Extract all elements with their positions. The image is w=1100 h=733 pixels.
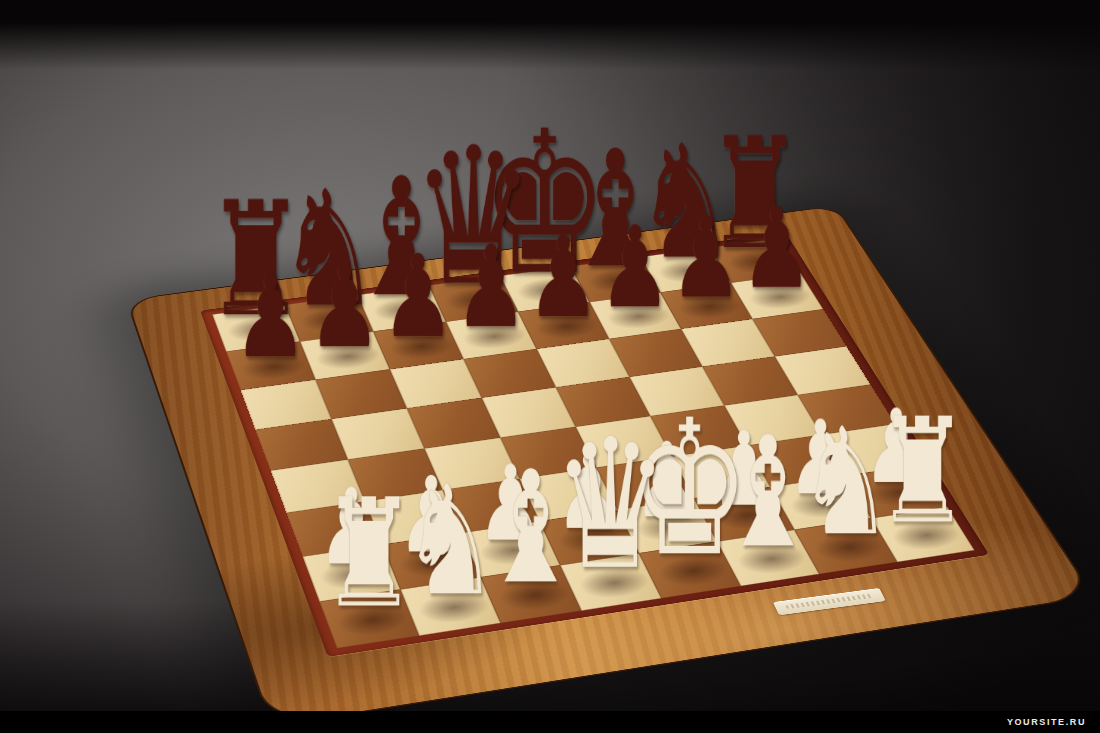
chess-board-grid: ♜♞♝♛♚♝♞♜♟♟♟♟♟♟♟♟♟♟♟♟♟♟♟♟♜♞♝♛♚♝♞♜ bbox=[212, 238, 974, 648]
piece-black-pawn-c7[interactable]: ♟ bbox=[382, 240, 455, 354]
nameplate-engraving bbox=[785, 593, 873, 609]
scene: ♜♞♝♛♚♝♞♜♟♟♟♟♟♟♟♟♟♟♟♟♟♟♟♟♜♞♝♛♚♝♞♜ bbox=[0, 0, 1100, 733]
square-c7[interactable]: ♟ bbox=[373, 322, 463, 370]
watermark-bar: YOURSITE.RU bbox=[0, 711, 1100, 733]
piece-black-pawn-a7[interactable]: ♟ bbox=[234, 259, 308, 374]
piece-black-pawn-b7[interactable]: ♟ bbox=[308, 249, 382, 363]
piece-black-pawn-e7[interactable]: ♟ bbox=[527, 221, 600, 334]
nameplate bbox=[773, 588, 886, 615]
piece-black-pawn-d7[interactable]: ♟ bbox=[455, 230, 528, 343]
piece-black-pawn-h7[interactable]: ♟ bbox=[741, 192, 813, 303]
square-a1[interactable]: ♜ bbox=[320, 589, 420, 648]
piece-white-rook-a1[interactable]: ♜ bbox=[321, 479, 418, 629]
watermark-text: YOURSITE.RU bbox=[1007, 717, 1086, 727]
piece-black-pawn-g7[interactable]: ♟ bbox=[670, 202, 742, 314]
piece-black-pawn-f7[interactable]: ♟ bbox=[599, 211, 671, 323]
chess-board: ♜♞♝♛♚♝♞♜♟♟♟♟♟♟♟♟♟♟♟♟♟♟♟♟♜♞♝♛♚♝♞♜ bbox=[126, 205, 1095, 727]
